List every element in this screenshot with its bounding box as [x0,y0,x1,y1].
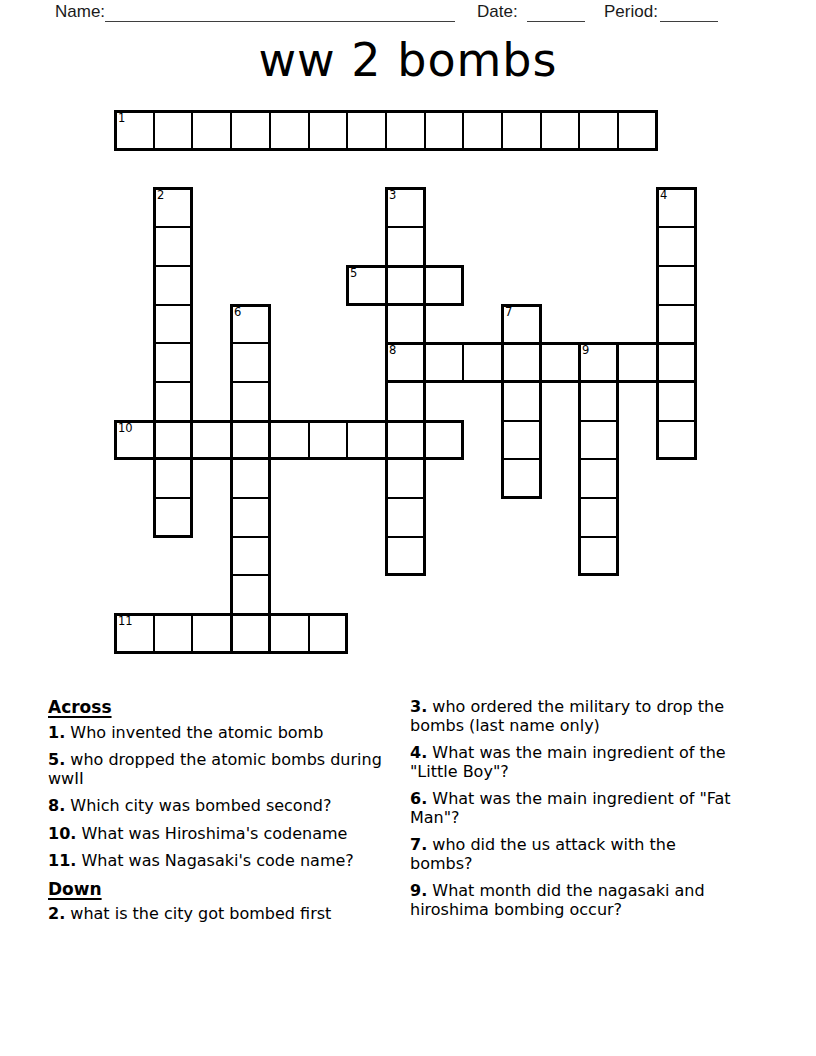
clue-item-text: Which city was bombed second? [65,796,331,815]
grid-cell[interactable] [154,614,192,653]
down-header: Down [48,880,382,899]
grid-cell[interactable] [154,459,192,498]
grid-cell[interactable] [579,498,618,537]
clue-item-number: 9. [410,881,427,900]
clue-item-number: 1. [48,723,65,742]
grid-cell[interactable] [231,537,270,575]
grid-cell[interactable] [579,421,618,459]
date-label: Date: [477,2,518,22]
clue-item-text: What month did the nagasaki and hiroshim… [410,881,705,919]
worksheet-page: Name: Date: Period: ww 2 bombs 123456789… [0,0,816,1056]
clue-item-text: who dropped the atomic bombs during wwII [48,750,382,788]
clue-item-number: 6. [410,789,427,808]
grid-cell[interactable] [657,305,696,343]
clue-item: 3. who ordered the military to drop the … [410,698,732,735]
grid-cell[interactable] [115,614,154,653]
grid-cell[interactable] [115,421,154,459]
clue-item-number: 11. [48,851,76,870]
grid-cell[interactable] [386,382,425,421]
grid-cell[interactable] [231,111,270,150]
across-header: Across [48,698,382,717]
grid-cell[interactable] [425,343,463,382]
clue-item-text: What was the main ingredient of the "Lit… [410,743,726,781]
clue-item: 6. What was the main ingredient of "Fat … [410,790,732,827]
clue-item: 1. Who invented the atomic bomb [48,724,382,743]
clues-column-left: Across1. Who invented the atomic bomb5. … [48,698,382,933]
clue-item: 9. What month did the nagasaki and hiros… [410,882,732,919]
grid-cell[interactable] [579,382,618,421]
clue-item-text: what is the city got bombed first [65,904,331,923]
grid-cell[interactable] [579,111,618,150]
grid-cell[interactable] [657,266,696,305]
grid-cell[interactable] [425,111,463,150]
grid-cell[interactable] [231,614,270,653]
grid-cell[interactable] [309,111,347,150]
grid-cell[interactable] [347,421,386,459]
grid-cell[interactable] [502,343,541,382]
grid-cell[interactable] [386,188,425,227]
clue-item: 10. What was Hiroshima's codename [48,825,382,844]
clue-item-text: who did the us attack with the bombs? [410,835,676,873]
grid-cell[interactable] [154,498,192,537]
grid-cell[interactable] [657,227,696,266]
grid-cell[interactable] [115,111,154,150]
grid-cell[interactable] [347,111,386,150]
grid-cell[interactable] [231,421,270,459]
grid-cell[interactable] [502,305,541,343]
grid-cell[interactable] [270,111,309,150]
grid-cell[interactable] [192,111,231,150]
grid-cell[interactable] [657,382,696,421]
clue-item-number: 8. [48,796,65,815]
clue-item-text: What was Nagasaki's code name? [76,851,353,870]
grid-cell[interactable] [502,459,541,498]
grid-cell[interactable] [231,305,270,343]
grid-cell[interactable] [231,459,270,498]
clue-item-number: 7. [410,835,427,854]
grid-cell[interactable] [231,575,270,614]
grid-cell[interactable] [347,266,386,305]
grid-cell[interactable] [618,343,657,382]
clue-item-text: Who invented the atomic bomb [65,723,323,742]
grid-cell[interactable] [425,421,463,459]
grid-cell[interactable] [192,614,231,653]
clue-item-number: 4. [410,743,427,762]
clue-item: 7. who did the us attack with the bombs? [410,836,732,873]
grid-cell[interactable] [231,382,270,421]
grid-cell[interactable] [657,188,696,227]
clue-item-text: What was the main ingredient of "Fat Man… [410,789,731,827]
grid-cell[interactable] [154,188,192,227]
grid-cell[interactable] [541,111,579,150]
grid-cell[interactable] [386,459,425,498]
clue-item: 4. What was the main ingredient of the "… [410,744,732,781]
grid-cell[interactable] [309,421,347,459]
name-label: Name: [55,2,105,22]
grid-cell[interactable] [154,111,192,150]
clue-item-text: who ordered the military to drop the bom… [410,697,724,735]
grid-cell[interactable] [579,537,618,575]
grid-cell[interactable] [657,343,696,382]
grid-cell[interactable] [154,382,192,421]
grid-cell[interactable] [154,227,192,266]
period-input-line[interactable] [660,21,718,22]
clue-item-number: 10. [48,824,76,843]
grid-cell[interactable] [463,111,502,150]
grid-cell[interactable] [386,111,425,150]
clue-item: 5. who dropped the atomic bombs during w… [48,751,382,788]
grid-cell[interactable] [154,305,192,343]
clue-item-number: 5. [48,750,65,769]
grid-cell[interactable] [270,614,309,653]
clue-item: 2. what is the city got bombed first [48,905,382,924]
clue-item-text: What was Hiroshima's codename [76,824,347,843]
grid-cell[interactable] [425,266,463,305]
grid-cell[interactable] [309,614,347,653]
grid-cell[interactable] [579,459,618,498]
grid-cell[interactable] [386,421,425,459]
grid-cell[interactable] [154,343,192,382]
clue-item-number: 3. [410,697,427,716]
grid-cell[interactable] [386,537,425,575]
grid-cell[interactable] [231,343,270,382]
grid-cell[interactable] [192,421,231,459]
grid-cell[interactable] [386,498,425,537]
grid-cell[interactable] [386,343,425,382]
grid-cell[interactable] [502,421,541,459]
clues-column-right: 3. who ordered the military to drop the … [410,698,732,928]
date-input-line[interactable] [527,21,585,22]
puzzle-title: ww 2 bombs [0,33,816,87]
grid-cell[interactable] [386,305,425,343]
grid-cell[interactable] [463,343,502,382]
grid-cell[interactable] [502,111,541,150]
grid-cell[interactable] [231,498,270,537]
grid-cell[interactable] [579,343,618,382]
grid-cell[interactable] [502,382,541,421]
grid-cell[interactable] [386,266,425,305]
grid-cell[interactable] [618,111,657,150]
period-label: Period: [604,2,658,22]
clue-item: 8. Which city was bombed second? [48,797,382,816]
clue-item-number: 2. [48,904,65,923]
grid-cell[interactable] [657,421,696,459]
name-input-line[interactable] [105,21,455,22]
grid-cell[interactable] [386,227,425,266]
grid-cell[interactable] [270,421,309,459]
clue-item: 11. What was Nagasaki's code name? [48,852,382,871]
grid-cell[interactable] [154,266,192,305]
crossword-grid: 1234567891011 [115,111,697,654]
grid-cell[interactable] [541,343,579,382]
grid-cell[interactable] [154,421,192,459]
